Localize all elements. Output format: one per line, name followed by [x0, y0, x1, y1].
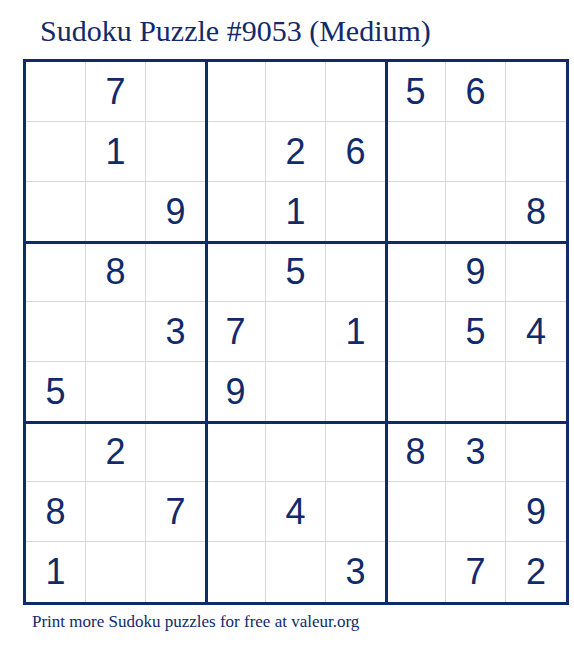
cell-r9c4[interactable]	[206, 542, 266, 602]
cell-r9c2[interactable]	[86, 542, 146, 602]
cell-r8c8[interactable]	[446, 482, 506, 542]
cell-r5c3: 3	[146, 302, 206, 362]
cell-r4c2: 8	[86, 242, 146, 302]
cell-r3c7[interactable]	[386, 182, 446, 242]
cell-r2c5: 2	[266, 122, 326, 182]
cell-r9c7[interactable]	[386, 542, 446, 602]
cell-r6c6[interactable]	[326, 362, 386, 422]
sudoku-board: 756126918859371545928387491372	[23, 59, 569, 605]
cell-r6c8[interactable]	[446, 362, 506, 422]
cell-r5c9: 4	[506, 302, 566, 362]
cell-r2c7[interactable]	[386, 122, 446, 182]
cell-r4c4[interactable]	[206, 242, 266, 302]
cell-r8c2[interactable]	[86, 482, 146, 542]
cell-r3c3: 9	[146, 182, 206, 242]
cell-r9c8: 7	[446, 542, 506, 602]
cells-container: 756126918859371545928387491372	[26, 62, 566, 602]
cell-r4c6[interactable]	[326, 242, 386, 302]
cell-r3c2[interactable]	[86, 182, 146, 242]
cell-r4c9[interactable]	[506, 242, 566, 302]
cell-r5c4: 7	[206, 302, 266, 362]
cell-r8c6[interactable]	[326, 482, 386, 542]
cell-r1c3[interactable]	[146, 62, 206, 122]
cell-r7c7: 8	[386, 422, 446, 482]
cell-r7c8: 3	[446, 422, 506, 482]
sudoku-page: Sudoku Puzzle #9053 (Medium) 75612691885…	[0, 0, 574, 651]
cell-r3c6[interactable]	[326, 182, 386, 242]
cell-r7c2: 2	[86, 422, 146, 482]
cell-r7c1[interactable]	[26, 422, 86, 482]
cell-r2c1[interactable]	[26, 122, 86, 182]
cell-r1c2: 7	[86, 62, 146, 122]
cell-r9c3[interactable]	[146, 542, 206, 602]
cell-r6c1: 5	[26, 362, 86, 422]
footer-text: Print more Sudoku puzzles for free at va…	[32, 612, 359, 632]
cell-r6c5[interactable]	[266, 362, 326, 422]
cell-r3c8[interactable]	[446, 182, 506, 242]
cell-r2c8[interactable]	[446, 122, 506, 182]
cell-r5c8: 5	[446, 302, 506, 362]
cell-r3c9: 8	[506, 182, 566, 242]
cell-r6c2[interactable]	[86, 362, 146, 422]
cell-r8c9: 9	[506, 482, 566, 542]
cell-r5c1[interactable]	[26, 302, 86, 362]
cell-r1c5[interactable]	[266, 62, 326, 122]
cell-r1c9[interactable]	[506, 62, 566, 122]
cell-r7c3[interactable]	[146, 422, 206, 482]
cell-r8c4[interactable]	[206, 482, 266, 542]
cell-r2c3[interactable]	[146, 122, 206, 182]
cell-r8c7[interactable]	[386, 482, 446, 542]
cell-r6c9[interactable]	[506, 362, 566, 422]
cell-r7c4[interactable]	[206, 422, 266, 482]
cell-r3c1[interactable]	[26, 182, 86, 242]
cell-r3c4[interactable]	[206, 182, 266, 242]
cell-r4c3[interactable]	[146, 242, 206, 302]
cell-r1c1[interactable]	[26, 62, 86, 122]
page-title: Sudoku Puzzle #9053 (Medium)	[40, 14, 431, 48]
cell-r7c6[interactable]	[326, 422, 386, 482]
cell-r1c8: 6	[446, 62, 506, 122]
cell-r8c5: 4	[266, 482, 326, 542]
cell-r6c7[interactable]	[386, 362, 446, 422]
cell-r6c3[interactable]	[146, 362, 206, 422]
cell-r8c3: 7	[146, 482, 206, 542]
cell-r3c5: 1	[266, 182, 326, 242]
cell-r4c5: 5	[266, 242, 326, 302]
cell-r2c9[interactable]	[506, 122, 566, 182]
cell-r1c4[interactable]	[206, 62, 266, 122]
cell-r2c2: 1	[86, 122, 146, 182]
cell-r7c9[interactable]	[506, 422, 566, 482]
cell-r5c5[interactable]	[266, 302, 326, 362]
cell-r9c1: 1	[26, 542, 86, 602]
cell-r8c1: 8	[26, 482, 86, 542]
cell-r1c6[interactable]	[326, 62, 386, 122]
cell-r5c6: 1	[326, 302, 386, 362]
cell-r5c2[interactable]	[86, 302, 146, 362]
cell-r1c7: 5	[386, 62, 446, 122]
cell-r9c5[interactable]	[266, 542, 326, 602]
cell-r4c1[interactable]	[26, 242, 86, 302]
cell-r9c6: 3	[326, 542, 386, 602]
cell-r4c7[interactable]	[386, 242, 446, 302]
cell-r5c7[interactable]	[386, 302, 446, 362]
cell-r6c4: 9	[206, 362, 266, 422]
cell-r4c8: 9	[446, 242, 506, 302]
cell-r2c4[interactable]	[206, 122, 266, 182]
cell-r7c5[interactable]	[266, 422, 326, 482]
cell-r9c9: 2	[506, 542, 566, 602]
cell-r2c6: 6	[326, 122, 386, 182]
